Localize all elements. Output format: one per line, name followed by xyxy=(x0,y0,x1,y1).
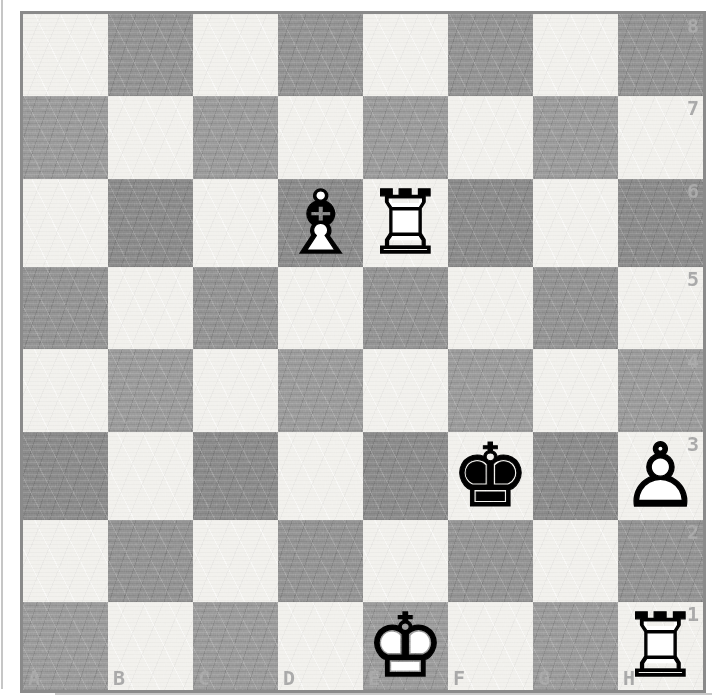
rank-label-8: 8 xyxy=(687,16,699,36)
square-f2[interactable] xyxy=(448,520,533,602)
square-c2[interactable] xyxy=(193,520,278,602)
square-f7[interactable] xyxy=(448,96,533,178)
square-d8[interactable] xyxy=(278,14,363,96)
square-a2[interactable] xyxy=(23,520,108,602)
file-label-f: F xyxy=(453,668,465,688)
rank-label-7: 7 xyxy=(687,98,699,118)
square-g6[interactable] xyxy=(533,179,618,267)
square-a5[interactable] xyxy=(23,267,108,349)
rank-label-6: 6 xyxy=(687,181,699,201)
square-h2[interactable]: 2 xyxy=(618,520,703,602)
square-a4[interactable] xyxy=(23,349,108,431)
square-f6[interactable] xyxy=(448,179,533,267)
square-e5[interactable] xyxy=(363,267,448,349)
black-king[interactable]: ♚ xyxy=(451,432,530,520)
square-g7[interactable] xyxy=(533,96,618,178)
square-g2[interactable] xyxy=(533,520,618,602)
square-b4[interactable] xyxy=(108,349,193,431)
square-c4[interactable] xyxy=(193,349,278,431)
square-d1[interactable]: D xyxy=(278,602,363,690)
square-g4[interactable] xyxy=(533,349,618,431)
square-b7[interactable] xyxy=(108,96,193,178)
square-e2[interactable] xyxy=(363,520,448,602)
square-h5[interactable]: 5 xyxy=(618,267,703,349)
file-label-b: B xyxy=(113,668,125,688)
square-g8[interactable] xyxy=(533,14,618,96)
square-c7[interactable] xyxy=(193,96,278,178)
white-pawn[interactable]: ♟♙ xyxy=(621,432,700,520)
white-bishop-outline-glyph: ♗ xyxy=(281,179,360,267)
black-king-glyph: ♚ xyxy=(451,432,530,520)
square-b8[interactable] xyxy=(108,14,193,96)
square-d2[interactable] xyxy=(278,520,363,602)
square-d5[interactable] xyxy=(278,267,363,349)
square-e3[interactable] xyxy=(363,432,448,520)
square-g5[interactable] xyxy=(533,267,618,349)
square-b2[interactable] xyxy=(108,520,193,602)
square-b6[interactable] xyxy=(108,179,193,267)
square-d3[interactable] xyxy=(278,432,363,520)
square-c8[interactable] xyxy=(193,14,278,96)
window-edge-left xyxy=(1,0,3,689)
square-e6[interactable]: ♜♖ xyxy=(363,179,448,267)
square-b5[interactable] xyxy=(108,267,193,349)
square-c6[interactable] xyxy=(193,179,278,267)
square-f4[interactable] xyxy=(448,349,533,431)
white-bishop[interactable]: ♝♗ xyxy=(281,179,360,267)
square-f1[interactable]: F xyxy=(448,602,533,690)
square-a1[interactable]: A xyxy=(23,602,108,690)
white-rook-outline-glyph: ♖ xyxy=(621,602,700,690)
square-f5[interactable] xyxy=(448,267,533,349)
rank-label-5: 5 xyxy=(687,269,699,289)
square-a6[interactable] xyxy=(23,179,108,267)
square-d6[interactable]: ♝♗ xyxy=(278,179,363,267)
square-c5[interactable] xyxy=(193,267,278,349)
square-e8[interactable] xyxy=(363,14,448,96)
square-a3[interactable] xyxy=(23,432,108,520)
square-a7[interactable] xyxy=(23,96,108,178)
square-d4[interactable] xyxy=(278,349,363,431)
square-e4[interactable] xyxy=(363,349,448,431)
white-pawn-outline-glyph: ♙ xyxy=(621,432,700,520)
white-king[interactable]: ♚♔ xyxy=(366,602,445,690)
square-h4[interactable]: 4 xyxy=(618,349,703,431)
square-b1[interactable]: B xyxy=(108,602,193,690)
square-c1[interactable]: C xyxy=(193,602,278,690)
page: 87♝♗♜♖654♚♟♙32ABCD♚♔EFG♜♖1H xyxy=(0,0,720,698)
square-e7[interactable] xyxy=(363,96,448,178)
square-d7[interactable] xyxy=(278,96,363,178)
white-rook[interactable]: ♜♖ xyxy=(621,602,700,690)
square-h6[interactable]: 6 xyxy=(618,179,703,267)
square-h1[interactable]: ♜♖1H xyxy=(618,602,703,690)
file-label-d: D xyxy=(283,668,295,688)
square-b3[interactable] xyxy=(108,432,193,520)
white-rook-outline-glyph: ♖ xyxy=(366,179,445,267)
file-label-g: G xyxy=(538,668,550,688)
white-king-outline-glyph: ♔ xyxy=(366,602,445,690)
file-label-c: C xyxy=(198,668,210,688)
square-f8[interactable] xyxy=(448,14,533,96)
square-e1[interactable]: ♚♔E xyxy=(363,602,448,690)
square-h8[interactable]: 8 xyxy=(618,14,703,96)
file-label-a: A xyxy=(28,668,40,688)
square-g3[interactable] xyxy=(533,432,618,520)
white-rook[interactable]: ♜♖ xyxy=(366,179,445,267)
chess-board: 87♝♗♜♖654♚♟♙32ABCD♚♔EFG♜♖1H xyxy=(20,11,706,693)
rank-label-4: 4 xyxy=(687,351,699,371)
square-a8[interactable] xyxy=(23,14,108,96)
square-g1[interactable]: G xyxy=(533,602,618,690)
square-f3[interactable]: ♚ xyxy=(448,432,533,520)
square-c3[interactable] xyxy=(193,432,278,520)
square-h7[interactable]: 7 xyxy=(618,96,703,178)
square-h3[interactable]: ♟♙3 xyxy=(618,432,703,520)
